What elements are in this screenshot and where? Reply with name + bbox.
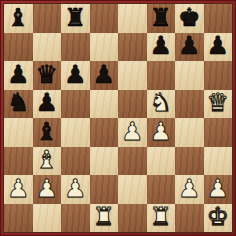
square-a2[interactable]: ♟ [4, 175, 33, 204]
board-frame: ♝♜♜♚♟♟♟♟♛♟♟♞♟♞♛♝♟♟♝♟♟♟♟♟♜♜♚ [0, 0, 236, 236]
black-pawn[interactable]: ♟ [150, 33, 172, 58]
black-pawn[interactable]: ♟ [7, 62, 29, 87]
square-a6[interactable]: ♟ [4, 61, 33, 90]
black-bishop[interactable]: ♝ [36, 119, 58, 144]
square-g4[interactable] [175, 118, 204, 147]
white-rook[interactable]: ♜ [150, 204, 172, 229]
white-queen[interactable]: ♛ [207, 90, 229, 115]
square-g1[interactable] [175, 204, 204, 233]
square-h3[interactable] [204, 147, 233, 176]
square-c4[interactable] [61, 118, 90, 147]
white-pawn[interactable]: ♟ [178, 176, 200, 201]
square-a4[interactable] [4, 118, 33, 147]
chess-board[interactable]: ♝♜♜♚♟♟♟♟♛♟♟♞♟♞♛♝♟♟♝♟♟♟♟♟♜♜♚ [4, 4, 232, 232]
white-knight[interactable]: ♞ [150, 90, 172, 115]
square-c6[interactable]: ♟ [61, 61, 90, 90]
square-h5[interactable]: ♛ [204, 90, 233, 119]
white-pawn[interactable]: ♟ [64, 176, 86, 201]
square-a5[interactable]: ♞ [4, 90, 33, 119]
black-knight[interactable]: ♞ [7, 90, 29, 115]
square-e2[interactable] [118, 175, 147, 204]
square-a8[interactable]: ♝ [4, 4, 33, 33]
square-a1[interactable] [4, 204, 33, 233]
square-c8[interactable]: ♜ [61, 4, 90, 33]
square-d8[interactable] [90, 4, 119, 33]
square-f2[interactable] [147, 175, 176, 204]
square-f6[interactable] [147, 61, 176, 90]
white-pawn[interactable]: ♟ [121, 119, 143, 144]
square-h8[interactable] [204, 4, 233, 33]
square-g2[interactable]: ♟ [175, 175, 204, 204]
white-king[interactable]: ♚ [207, 204, 229, 229]
black-pawn[interactable]: ♟ [64, 62, 86, 87]
square-f8[interactable]: ♜ [147, 4, 176, 33]
square-c1[interactable] [61, 204, 90, 233]
square-b1[interactable] [33, 204, 62, 233]
square-h6[interactable] [204, 61, 233, 90]
black-rook[interactable]: ♜ [150, 5, 172, 30]
square-h2[interactable]: ♟ [204, 175, 233, 204]
white-bishop[interactable]: ♝ [36, 147, 58, 172]
black-king[interactable]: ♚ [178, 5, 200, 30]
square-b7[interactable] [33, 33, 62, 62]
white-pawn[interactable]: ♟ [36, 176, 58, 201]
square-d7[interactable] [90, 33, 119, 62]
white-pawn[interactable]: ♟ [150, 119, 172, 144]
square-g7[interactable]: ♟ [175, 33, 204, 62]
square-d2[interactable] [90, 175, 119, 204]
square-d1[interactable]: ♜ [90, 204, 119, 233]
square-b4[interactable]: ♝ [33, 118, 62, 147]
chess-app: ♝♜♜♚♟♟♟♟♛♟♟♞♟♞♛♝♟♟♝♟♟♟♟♟♜♜♚ [0, 0, 236, 236]
white-pawn[interactable]: ♟ [207, 176, 229, 201]
black-bishop[interactable]: ♝ [7, 5, 29, 30]
square-f5[interactable]: ♞ [147, 90, 176, 119]
white-rook[interactable]: ♜ [93, 204, 115, 229]
square-e7[interactable] [118, 33, 147, 62]
square-d6[interactable]: ♟ [90, 61, 119, 90]
square-e5[interactable] [118, 90, 147, 119]
black-rook[interactable]: ♜ [64, 5, 86, 30]
square-f3[interactable] [147, 147, 176, 176]
square-f4[interactable]: ♟ [147, 118, 176, 147]
square-f1[interactable]: ♜ [147, 204, 176, 233]
square-d5[interactable] [90, 90, 119, 119]
square-e4[interactable]: ♟ [118, 118, 147, 147]
square-c5[interactable] [61, 90, 90, 119]
square-b8[interactable] [33, 4, 62, 33]
square-d3[interactable] [90, 147, 119, 176]
black-pawn[interactable]: ♟ [207, 33, 229, 58]
square-c7[interactable] [61, 33, 90, 62]
square-h4[interactable] [204, 118, 233, 147]
square-e6[interactable] [118, 61, 147, 90]
square-g6[interactable] [175, 61, 204, 90]
square-c3[interactable] [61, 147, 90, 176]
black-pawn[interactable]: ♟ [178, 33, 200, 58]
square-a7[interactable] [4, 33, 33, 62]
square-h7[interactable]: ♟ [204, 33, 233, 62]
square-f7[interactable]: ♟ [147, 33, 176, 62]
square-c2[interactable]: ♟ [61, 175, 90, 204]
square-a3[interactable] [4, 147, 33, 176]
square-e8[interactable] [118, 4, 147, 33]
black-queen[interactable]: ♛ [36, 62, 58, 87]
square-g8[interactable]: ♚ [175, 4, 204, 33]
black-pawn[interactable]: ♟ [93, 62, 115, 87]
square-b2[interactable]: ♟ [33, 175, 62, 204]
square-e1[interactable] [118, 204, 147, 233]
square-d4[interactable] [90, 118, 119, 147]
square-b3[interactable]: ♝ [33, 147, 62, 176]
square-b5[interactable]: ♟ [33, 90, 62, 119]
square-h1[interactable]: ♚ [204, 204, 233, 233]
square-e3[interactable] [118, 147, 147, 176]
square-b6[interactable]: ♛ [33, 61, 62, 90]
black-pawn[interactable]: ♟ [36, 90, 58, 115]
square-g3[interactable] [175, 147, 204, 176]
white-pawn[interactable]: ♟ [7, 176, 29, 201]
square-g5[interactable] [175, 90, 204, 119]
